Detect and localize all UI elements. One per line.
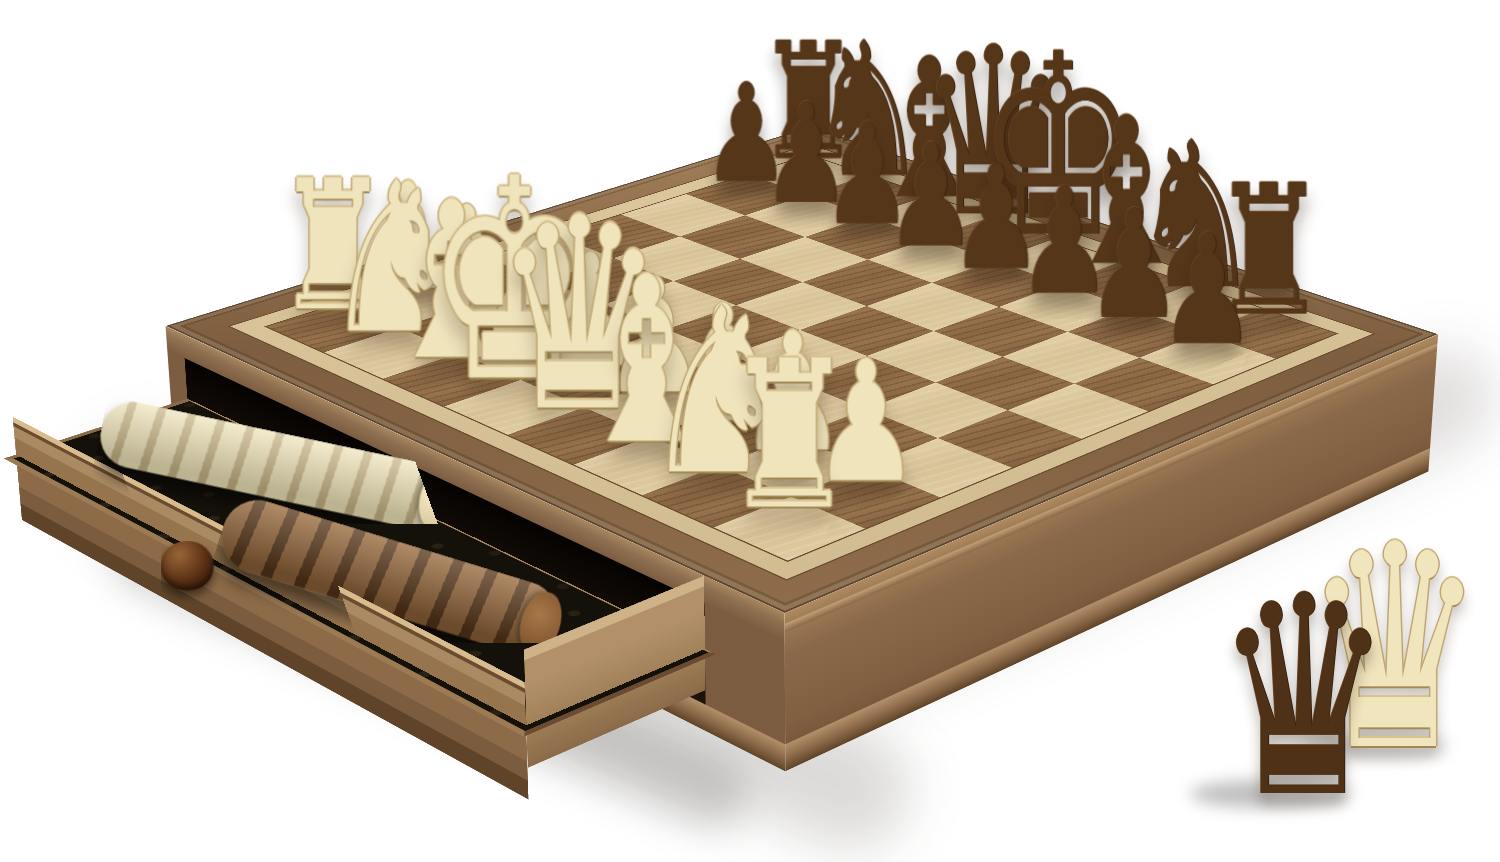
scene: ♜♞♟♝♟♛♟♚♟♝♟♞♟♟♜♟♟♜♟♟♞♟♝♟♚♟♛♟♝♟♞♜ — [0, 0, 1500, 862]
piece-dark-pawn-h7[interactable]: ♟ — [1158, 213, 1257, 366]
product-photo: ♜♞♟♝♟♛♟♚♟♝♟♞♟♟♜♟♟♜♟♟♞♟♝♟♚♟♛♟♝♟♞♜ ♛ ♛ — [0, 0, 1500, 862]
piece-light-rook-h1[interactable]: ♜ — [723, 333, 855, 538]
chess-box: ♜♞♟♝♟♛♟♚♟♝♟♞♟♟♜♟♟♜♟♟♞♟♝♟♚♟♛♟♝♟♞♜ — [166, 127, 1439, 614]
